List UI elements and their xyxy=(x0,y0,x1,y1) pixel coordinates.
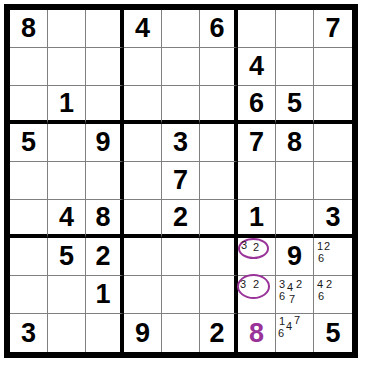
pencil-mark: 2 xyxy=(253,242,259,253)
cell-r2c1[interactable] xyxy=(10,48,48,86)
cell-r2c4[interactable] xyxy=(124,48,162,86)
given-digit: 1 xyxy=(59,90,74,117)
cell-r6c7[interactable]: 1 xyxy=(238,200,276,238)
pencil-mark: 6 xyxy=(318,253,324,264)
cell-r1c4[interactable]: 4 xyxy=(124,10,162,48)
cell-r5c3[interactable] xyxy=(86,162,124,200)
cell-r6c8[interactable] xyxy=(276,200,314,238)
cell-r3c4[interactable] xyxy=(124,86,162,124)
cell-r5c2[interactable] xyxy=(48,162,86,200)
cell-r1c7[interactable] xyxy=(238,10,276,48)
cell-r3c9[interactable] xyxy=(314,86,352,124)
cell-r7c9[interactable]: 126 xyxy=(314,238,352,276)
cell-r5c9[interactable] xyxy=(314,162,352,200)
given-digit: 2 xyxy=(209,320,224,347)
given-digit: 1 xyxy=(95,281,110,308)
pencil-mark: 7 xyxy=(289,294,295,305)
cell-r4c4[interactable] xyxy=(124,124,162,162)
cell-r7c4[interactable] xyxy=(124,238,162,276)
cell-r4c2[interactable] xyxy=(48,124,86,162)
cell-r3c8[interactable]: 5 xyxy=(276,86,314,124)
given-digit: 9 xyxy=(135,320,150,347)
cell-r3c3[interactable] xyxy=(86,86,124,124)
cell-r4c7[interactable]: 7 xyxy=(238,124,276,162)
given-digit: 5 xyxy=(59,243,74,270)
given-digit: 8 xyxy=(287,129,302,156)
given-digit: 7 xyxy=(325,15,340,42)
cell-r5c4[interactable] xyxy=(124,162,162,200)
given-digit: 3 xyxy=(173,129,188,156)
given-digit: 3 xyxy=(21,320,36,347)
cell-r2c3[interactable] xyxy=(86,48,124,86)
cell-r9c1[interactable]: 3 xyxy=(10,314,48,352)
cell-r3c6[interactable] xyxy=(200,86,238,124)
cell-r2c8[interactable] xyxy=(276,48,314,86)
pencil-mark: 2 xyxy=(326,279,332,290)
given-digit: 6 xyxy=(249,90,264,117)
cell-r5c1[interactable] xyxy=(10,162,48,200)
cell-r8c3[interactable]: 1 xyxy=(86,276,124,314)
given-digit: 8 xyxy=(21,15,36,42)
cell-r1c3[interactable] xyxy=(86,10,124,48)
cell-r7c2[interactable]: 5 xyxy=(48,238,86,276)
cell-r6c4[interactable] xyxy=(124,200,162,238)
cell-r9c9[interactable]: 5 xyxy=(314,314,352,352)
given-digit: 4 xyxy=(135,15,150,42)
pencil-mark: 4 xyxy=(286,321,292,332)
cell-r8c5[interactable] xyxy=(162,276,200,314)
pencil-mark: 4 xyxy=(317,279,323,290)
cell-r9c6[interactable]: 2 xyxy=(200,314,238,352)
cell-r3c1[interactable] xyxy=(10,86,48,124)
cell-r8c1[interactable] xyxy=(10,276,48,314)
cell-r1c5[interactable] xyxy=(162,10,200,48)
cell-r9c2[interactable] xyxy=(48,314,86,352)
cell-r5c8[interactable] xyxy=(276,162,314,200)
cell-r5c5[interactable]: 7 xyxy=(162,162,200,200)
pencil-mark: 1 xyxy=(317,241,323,252)
cell-r7c1[interactable] xyxy=(10,238,48,276)
cell-r7c5[interactable] xyxy=(162,238,200,276)
given-digit: 3 xyxy=(325,204,340,231)
pencil-mark: 2 xyxy=(253,279,259,290)
sudoku-board: 8467416559378748213523291261323426742639… xyxy=(4,4,358,358)
cell-r6c5[interactable]: 2 xyxy=(162,200,200,238)
cell-r1c2[interactable] xyxy=(48,10,86,48)
cell-r8c6[interactable] xyxy=(200,276,238,314)
cell-r1c8[interactable] xyxy=(276,10,314,48)
given-digit: 2 xyxy=(173,204,188,231)
cell-r8c8[interactable]: 34267 xyxy=(276,276,314,314)
pencil-mark: 2 xyxy=(324,241,330,252)
cell-r7c8[interactable]: 9 xyxy=(276,238,314,276)
given-digit: 5 xyxy=(325,320,340,347)
cell-r5c7[interactable] xyxy=(238,162,276,200)
given-digit: 4 xyxy=(59,204,74,231)
pencil-mark: 3 xyxy=(240,279,246,290)
given-digit: 6 xyxy=(209,15,224,42)
cell-r7c7[interactable]: 32 xyxy=(238,238,276,276)
cell-r4c3[interactable]: 9 xyxy=(86,124,124,162)
cell-r2c5[interactable] xyxy=(162,48,200,86)
cell-r1c6[interactable]: 6 xyxy=(200,10,238,48)
cell-r9c3[interactable] xyxy=(86,314,124,352)
cell-r2c6[interactable] xyxy=(200,48,238,86)
cell-r6c9[interactable]: 3 xyxy=(314,200,352,238)
pencil-mark: 6 xyxy=(279,291,285,302)
cell-r9c8[interactable]: 1476 xyxy=(276,314,314,352)
cell-r1c1[interactable]: 8 xyxy=(10,10,48,48)
given-digit: 4 xyxy=(249,53,264,80)
given-digit: 2 xyxy=(95,243,110,270)
cell-r6c2[interactable]: 4 xyxy=(48,200,86,238)
cell-r4c8[interactable]: 8 xyxy=(276,124,314,162)
sudoku-page: 8467416559378748213523291261323426742639… xyxy=(0,0,369,369)
cell-r9c7[interactable]: 8 xyxy=(238,314,276,352)
given-digit: 5 xyxy=(21,129,36,156)
cell-r9c5[interactable] xyxy=(162,314,200,352)
cell-r4c9[interactable] xyxy=(314,124,352,162)
cell-r8c9[interactable]: 426 xyxy=(314,276,352,314)
pencil-mark: 6 xyxy=(318,291,324,302)
user-digit: 8 xyxy=(249,320,264,347)
pencil-mark: 7 xyxy=(294,315,300,326)
cell-r4c5[interactable]: 3 xyxy=(162,124,200,162)
given-digit: 1 xyxy=(249,204,264,231)
cell-r9c4[interactable]: 9 xyxy=(124,314,162,352)
cell-r3c5[interactable] xyxy=(162,86,200,124)
cell-r8c2[interactable] xyxy=(48,276,86,314)
pencil-mark: 1 xyxy=(279,316,285,327)
pencil-mark: 3 xyxy=(279,279,285,290)
cell-r3c2[interactable]: 1 xyxy=(48,86,86,124)
cell-r6c6[interactable] xyxy=(200,200,238,238)
cell-r1c9[interactable]: 7 xyxy=(314,10,352,48)
given-digit: 7 xyxy=(249,129,264,156)
cell-r3c7[interactable]: 6 xyxy=(238,86,276,124)
given-digit: 5 xyxy=(287,90,302,117)
cell-r4c6[interactable] xyxy=(200,124,238,162)
cell-r5c6[interactable] xyxy=(200,162,238,200)
pencil-mark: 3 xyxy=(241,240,247,251)
given-digit: 8 xyxy=(95,204,110,231)
cell-r2c2[interactable] xyxy=(48,48,86,86)
cell-r2c9[interactable] xyxy=(314,48,352,86)
pencil-mark: 4 xyxy=(287,282,293,293)
cell-r6c1[interactable] xyxy=(10,200,48,238)
cell-r4c1[interactable]: 5 xyxy=(10,124,48,162)
cell-r6c3[interactable]: 8 xyxy=(86,200,124,238)
cell-r8c4[interactable] xyxy=(124,276,162,314)
cell-r2c7[interactable]: 4 xyxy=(238,48,276,86)
given-digit: 9 xyxy=(95,129,110,156)
pencil-mark: 2 xyxy=(296,279,302,290)
pencil-mark: 6 xyxy=(278,328,284,339)
given-digit: 9 xyxy=(287,243,302,270)
cell-r7c3[interactable]: 2 xyxy=(86,238,124,276)
given-digit: 7 xyxy=(173,167,188,194)
cell-r8c7[interactable]: 32 xyxy=(238,276,276,314)
cell-r7c6[interactable] xyxy=(200,238,238,276)
